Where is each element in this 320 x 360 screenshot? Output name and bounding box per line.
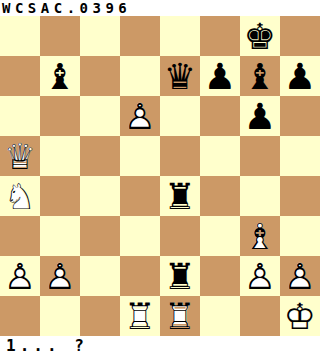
square-b7[interactable]: ♝ [40, 56, 80, 96]
piece-black-rook-icon: ♜ [160, 256, 200, 296]
square-a5[interactable]: ♛♕ [0, 136, 40, 176]
square-c4[interactable] [80, 176, 120, 216]
square-d8[interactable] [120, 16, 160, 56]
square-b8[interactable] [40, 16, 80, 56]
square-d5[interactable] [120, 136, 160, 176]
piece-white-pawn-icon: ♟♙ [0, 256, 40, 296]
square-g3[interactable]: ♝♗ [240, 216, 280, 256]
square-b2[interactable]: ♟♙ [40, 256, 80, 296]
square-g6[interactable]: ♟ [240, 96, 280, 136]
piece-black-queen-icon: ♛ [160, 56, 200, 96]
square-d6[interactable]: ♟♙ [120, 96, 160, 136]
piece-white-pawn-icon: ♟♙ [120, 96, 160, 136]
piece-white-pawn-icon: ♟♙ [280, 256, 320, 296]
square-e2[interactable]: ♜ [160, 256, 200, 296]
square-f7[interactable]: ♟ [200, 56, 240, 96]
square-a1[interactable] [0, 296, 40, 336]
square-c7[interactable] [80, 56, 120, 96]
square-g4[interactable] [240, 176, 280, 216]
piece-black-pawn-icon: ♟ [240, 96, 280, 136]
piece-black-rook-icon: ♜ [160, 176, 200, 216]
square-d2[interactable] [120, 256, 160, 296]
square-h4[interactable] [280, 176, 320, 216]
square-d3[interactable] [120, 216, 160, 256]
square-e6[interactable] [160, 96, 200, 136]
piece-white-queen-icon: ♛♕ [0, 136, 40, 176]
square-a2[interactable]: ♟♙ [0, 256, 40, 296]
square-d7[interactable] [120, 56, 160, 96]
square-d1[interactable]: ♜♖ [120, 296, 160, 336]
piece-white-rook-icon: ♜♖ [120, 296, 160, 336]
square-a7[interactable] [0, 56, 40, 96]
square-a6[interactable] [0, 96, 40, 136]
square-e8[interactable] [160, 16, 200, 56]
square-h3[interactable] [280, 216, 320, 256]
puzzle-id-title: WCSAC.0396 [0, 0, 320, 16]
square-g1[interactable] [240, 296, 280, 336]
square-b1[interactable] [40, 296, 80, 336]
piece-black-pawn-icon: ♟ [200, 56, 240, 96]
square-g2[interactable]: ♟♙ [240, 256, 280, 296]
piece-white-rook-icon: ♜♖ [160, 296, 200, 336]
square-c5[interactable] [80, 136, 120, 176]
square-h8[interactable] [280, 16, 320, 56]
square-e3[interactable] [160, 216, 200, 256]
square-c3[interactable] [80, 216, 120, 256]
piece-white-king-icon: ♚♔ [280, 296, 320, 336]
square-f3[interactable] [200, 216, 240, 256]
piece-black-bishop-icon: ♝ [240, 56, 280, 96]
square-b3[interactable] [40, 216, 80, 256]
square-f2[interactable] [200, 256, 240, 296]
square-b5[interactable] [40, 136, 80, 176]
square-f5[interactable] [200, 136, 240, 176]
square-f4[interactable] [200, 176, 240, 216]
square-a4[interactable]: ♞♘ [0, 176, 40, 216]
square-f6[interactable] [200, 96, 240, 136]
square-h2[interactable]: ♟♙ [280, 256, 320, 296]
move-prompt: 1... ? [0, 336, 320, 360]
square-e4[interactable]: ♜ [160, 176, 200, 216]
square-h5[interactable] [280, 136, 320, 176]
square-d4[interactable] [120, 176, 160, 216]
square-h7[interactable]: ♟ [280, 56, 320, 96]
square-b6[interactable] [40, 96, 80, 136]
square-h1[interactable]: ♚♔ [280, 296, 320, 336]
square-e7[interactable]: ♛ [160, 56, 200, 96]
square-c8[interactable] [80, 16, 120, 56]
square-c6[interactable] [80, 96, 120, 136]
square-b4[interactable] [40, 176, 80, 216]
piece-white-pawn-icon: ♟♙ [40, 256, 80, 296]
square-h6[interactable] [280, 96, 320, 136]
square-e1[interactable]: ♜♖ [160, 296, 200, 336]
piece-black-pawn-icon: ♟ [280, 56, 320, 96]
piece-black-king-icon: ♚ [240, 16, 280, 56]
square-g5[interactable] [240, 136, 280, 176]
square-a8[interactable] [0, 16, 40, 56]
square-c1[interactable] [80, 296, 120, 336]
square-c2[interactable] [80, 256, 120, 296]
square-f1[interactable] [200, 296, 240, 336]
chess-board: ♚♝♛♟♝♟♟♙♟♛♕♞♘♜♝♗♟♙♟♙♜♟♙♟♙♜♖♜♖♚♔ [0, 16, 320, 336]
square-e5[interactable] [160, 136, 200, 176]
square-f8[interactable] [200, 16, 240, 56]
square-g8[interactable]: ♚ [240, 16, 280, 56]
square-a3[interactable] [0, 216, 40, 256]
piece-white-pawn-icon: ♟♙ [240, 256, 280, 296]
piece-black-bishop-icon: ♝ [40, 56, 80, 96]
square-g7[interactable]: ♝ [240, 56, 280, 96]
piece-white-knight-icon: ♞♘ [0, 176, 40, 216]
piece-white-bishop-icon: ♝♗ [240, 216, 280, 256]
